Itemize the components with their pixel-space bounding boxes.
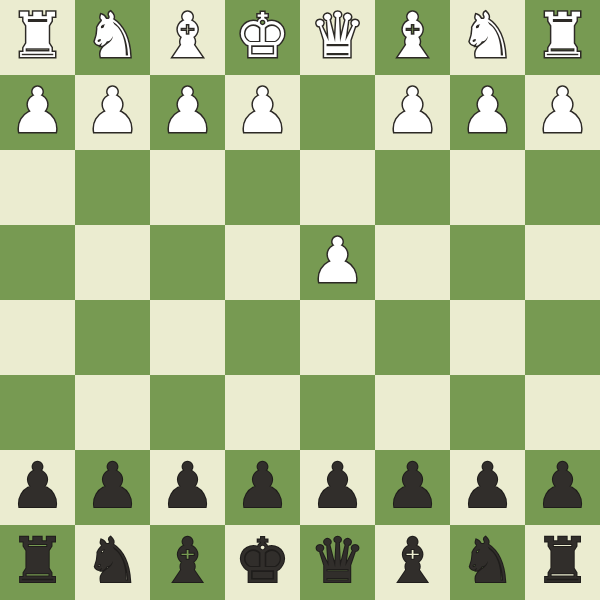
white-knight[interactable]: ♞: [460, 0, 516, 73]
black-pawn[interactable]: ♟: [85, 448, 141, 523]
white-pawn[interactable]: ♟: [160, 73, 216, 148]
square-d2[interactable]: [300, 75, 375, 150]
square-f1[interactable]: ♝: [150, 0, 225, 75]
white-king[interactable]: ♚: [235, 0, 291, 73]
square-e4[interactable]: [225, 225, 300, 300]
square-d3[interactable]: [300, 150, 375, 225]
black-pawn[interactable]: ♟: [460, 448, 516, 523]
chess-board-container: ♜♞♝♚♛♝♞♜♟♟♟♟♟♟♟♟♟♟♟♟♟♟♟♟♜♞♝♚♛♝♞♜: [0, 0, 600, 600]
square-a8[interactable]: ♜: [525, 525, 600, 600]
white-bishop[interactable]: ♝: [385, 0, 441, 73]
square-c2[interactable]: ♟: [375, 75, 450, 150]
square-d4[interactable]: ♟: [300, 225, 375, 300]
square-b3[interactable]: [450, 150, 525, 225]
square-c7[interactable]: ♟: [375, 450, 450, 525]
black-pawn[interactable]: ♟: [235, 448, 291, 523]
square-g6[interactable]: [75, 375, 150, 450]
white-knight[interactable]: ♞: [85, 0, 141, 73]
square-g3[interactable]: [75, 150, 150, 225]
square-d5[interactable]: [300, 300, 375, 375]
square-h8[interactable]: ♜: [0, 525, 75, 600]
square-d1[interactable]: ♛: [300, 0, 375, 75]
square-g1[interactable]: ♞: [75, 0, 150, 75]
white-queen[interactable]: ♛: [310, 0, 366, 73]
square-d8[interactable]: ♛: [300, 525, 375, 600]
white-pawn[interactable]: ♟: [235, 73, 291, 148]
square-c4[interactable]: [375, 225, 450, 300]
black-queen[interactable]: ♛: [310, 523, 366, 598]
square-f3[interactable]: [150, 150, 225, 225]
black-king[interactable]: ♚: [235, 523, 291, 598]
square-g2[interactable]: ♟: [75, 75, 150, 150]
square-g7[interactable]: ♟: [75, 450, 150, 525]
square-h3[interactable]: [0, 150, 75, 225]
white-pawn[interactable]: ♟: [10, 73, 66, 148]
square-a3[interactable]: [525, 150, 600, 225]
black-knight[interactable]: ♞: [85, 523, 141, 598]
square-c1[interactable]: ♝: [375, 0, 450, 75]
square-c8[interactable]: ♝: [375, 525, 450, 600]
square-f7[interactable]: ♟: [150, 450, 225, 525]
square-b4[interactable]: [450, 225, 525, 300]
black-pawn[interactable]: ♟: [535, 448, 591, 523]
black-pawn[interactable]: ♟: [385, 448, 441, 523]
black-bishop[interactable]: ♝: [160, 523, 216, 598]
square-e7[interactable]: ♟: [225, 450, 300, 525]
black-pawn[interactable]: ♟: [10, 448, 66, 523]
square-d6[interactable]: [300, 375, 375, 450]
square-a5[interactable]: [525, 300, 600, 375]
square-a4[interactable]: [525, 225, 600, 300]
square-a2[interactable]: ♟: [525, 75, 600, 150]
square-e6[interactable]: [225, 375, 300, 450]
square-a7[interactable]: ♟: [525, 450, 600, 525]
square-f5[interactable]: [150, 300, 225, 375]
square-e1[interactable]: ♚: [225, 0, 300, 75]
square-g4[interactable]: [75, 225, 150, 300]
square-h2[interactable]: ♟: [0, 75, 75, 150]
square-b7[interactable]: ♟: [450, 450, 525, 525]
black-pawn[interactable]: ♟: [160, 448, 216, 523]
square-b2[interactable]: ♟: [450, 75, 525, 150]
white-bishop[interactable]: ♝: [160, 0, 216, 73]
black-bishop[interactable]: ♝: [385, 523, 441, 598]
square-a1[interactable]: ♜: [525, 0, 600, 75]
square-f8[interactable]: ♝: [150, 525, 225, 600]
white-pawn[interactable]: ♟: [535, 73, 591, 148]
black-pawn[interactable]: ♟: [310, 448, 366, 523]
square-b5[interactable]: [450, 300, 525, 375]
white-pawn[interactable]: ♟: [460, 73, 516, 148]
white-pawn[interactable]: ♟: [310, 223, 366, 298]
white-rook[interactable]: ♜: [10, 0, 66, 73]
square-c3[interactable]: [375, 150, 450, 225]
black-knight[interactable]: ♞: [460, 523, 516, 598]
square-h1[interactable]: ♜: [0, 0, 75, 75]
square-e2[interactable]: ♟: [225, 75, 300, 150]
square-e3[interactable]: [225, 150, 300, 225]
square-b1[interactable]: ♞: [450, 0, 525, 75]
square-e8[interactable]: ♚: [225, 525, 300, 600]
white-pawn[interactable]: ♟: [85, 73, 141, 148]
square-h4[interactable]: [0, 225, 75, 300]
square-d7[interactable]: ♟: [300, 450, 375, 525]
black-rook[interactable]: ♜: [535, 523, 591, 598]
black-rook[interactable]: ♜: [10, 523, 66, 598]
white-pawn[interactable]: ♟: [385, 73, 441, 148]
square-b8[interactable]: ♞: [450, 525, 525, 600]
square-e5[interactable]: [225, 300, 300, 375]
square-h5[interactable]: [0, 300, 75, 375]
square-a6[interactable]: [525, 375, 600, 450]
square-b6[interactable]: [450, 375, 525, 450]
square-h7[interactable]: ♟: [0, 450, 75, 525]
white-rook[interactable]: ♜: [535, 0, 591, 73]
square-c5[interactable]: [375, 300, 450, 375]
square-c6[interactable]: [375, 375, 450, 450]
square-f6[interactable]: [150, 375, 225, 450]
square-g8[interactable]: ♞: [75, 525, 150, 600]
square-f2[interactable]: ♟: [150, 75, 225, 150]
square-h6[interactable]: [0, 375, 75, 450]
chess-board: ♜♞♝♚♛♝♞♜♟♟♟♟♟♟♟♟♟♟♟♟♟♟♟♟♜♞♝♚♛♝♞♜: [0, 0, 600, 600]
square-g5[interactable]: [75, 300, 150, 375]
square-f4[interactable]: [150, 225, 225, 300]
